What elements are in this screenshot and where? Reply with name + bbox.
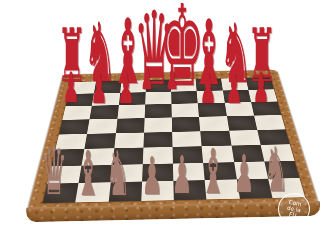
piece-red-pawn-d7: ♟: [141, 62, 154, 94]
piece-red-pawn-e7: ♟: [166, 62, 179, 94]
piece-brown-pawn-g2: ♟: [234, 148, 255, 200]
piece-red-pawn-b6: ♟: [91, 68, 108, 110]
piece-red-pawn-f6: ♟: [200, 68, 217, 110]
piece-red-pawn-h6: ♟: [253, 67, 270, 109]
piece-brown-knight-h2: ♞: [263, 139, 288, 201]
piece-brown-bishop-b2: ♝: [75, 143, 100, 205]
piece-red-pawn-a6: ♟: [63, 67, 80, 109]
piece-brown-pawn-d2: ♟: [142, 150, 163, 202]
scene: ♜♞♝♛♚♝♞♜♟♟♟♟♟♟♟♟♛♝♞♟♟♝♟♞ Com de la FU: [0, 0, 330, 242]
piece-brown-knight-c2: ♞: [105, 143, 130, 205]
artist-stamp-line3: FU: [289, 211, 297, 219]
piece-brown-pawn-e2: ♟: [172, 149, 193, 201]
piece-red-pawn-g6: ♟: [226, 68, 243, 110]
piece-red-pawn-c6: ♟: [118, 68, 135, 110]
piece-brown-queen-a2: ♛: [41, 139, 68, 205]
piece-brown-bishop-f2: ♝: [200, 141, 225, 203]
